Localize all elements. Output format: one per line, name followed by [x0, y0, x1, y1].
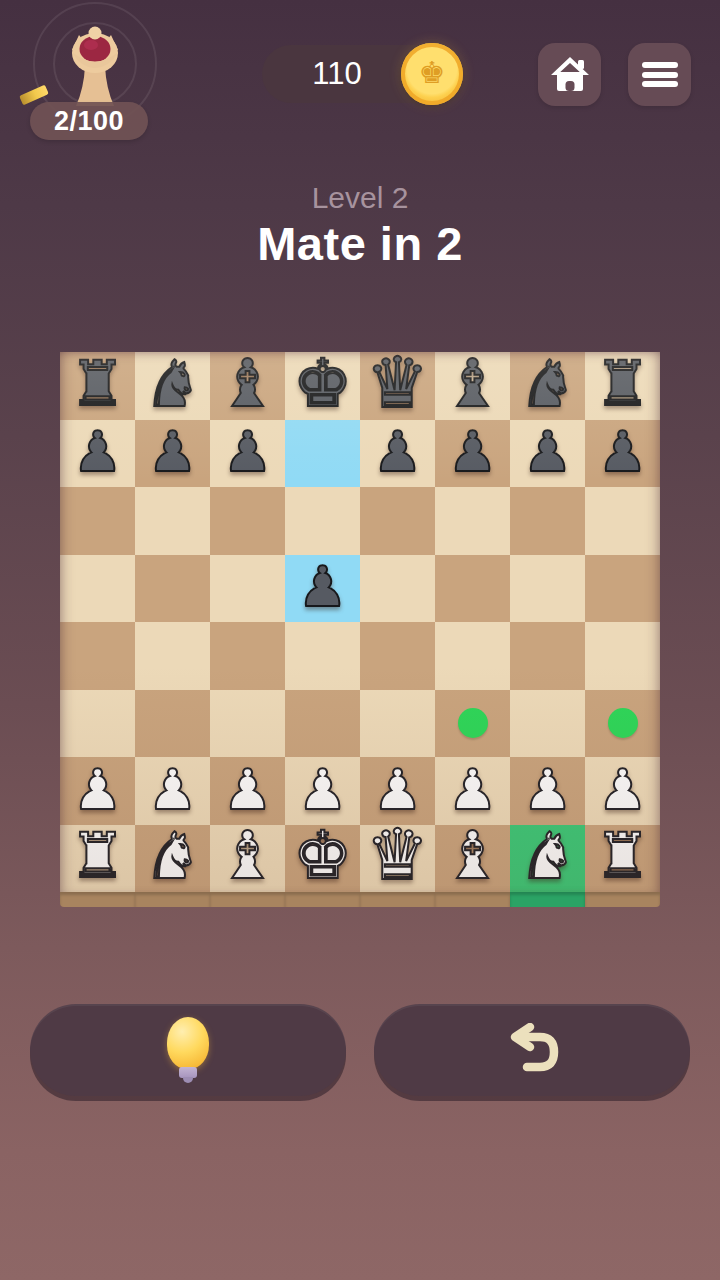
square-r6c6[interactable] — [435, 690, 510, 758]
board-edge-segment — [435, 892, 510, 907]
piece-black-rook: ♜ — [585, 353, 660, 415]
square-r3c4[interactable] — [285, 487, 360, 555]
square-r5c1[interactable] — [60, 622, 135, 690]
square-r6c2[interactable] — [135, 690, 210, 758]
square-r4c4[interactable]: ♟ — [285, 555, 360, 623]
square-r8c1[interactable]: ♜ — [60, 825, 135, 893]
app-screen: 2/100 110 ♚ Level 2 Mate in 2 ♜♞♝♚♛♝♞♜♟♟… — [0, 0, 720, 1280]
puzzle-objective-title: Mate in 2 — [0, 216, 720, 271]
square-r3c6[interactable] — [435, 487, 510, 555]
square-r1c2[interactable]: ♞ — [135, 352, 210, 420]
square-r2c4[interactable] — [285, 420, 360, 488]
square-r4c7[interactable] — [510, 555, 585, 623]
menu-button[interactable] — [628, 43, 691, 106]
square-r4c6[interactable] — [435, 555, 510, 623]
home-button[interactable] — [538, 43, 601, 106]
board-edge-segment — [135, 892, 210, 907]
piece-white-pawn: ♟ — [135, 762, 210, 818]
square-r1c8[interactable]: ♜ — [585, 352, 660, 420]
square-r7c3[interactable]: ♟ — [210, 757, 285, 825]
square-r7c1[interactable]: ♟ — [60, 757, 135, 825]
square-r3c2[interactable] — [135, 487, 210, 555]
square-r5c6[interactable] — [435, 622, 510, 690]
square-r8c3[interactable]: ♝ — [210, 825, 285, 893]
piece-white-rook: ♜ — [585, 825, 660, 887]
square-r2c3[interactable]: ♟ — [210, 420, 285, 488]
square-r2c6[interactable]: ♟ — [435, 420, 510, 488]
piece-white-bishop: ♝ — [435, 823, 510, 889]
legal-move-dot[interactable] — [458, 708, 488, 738]
square-r7c6[interactable]: ♟ — [435, 757, 510, 825]
square-r7c8[interactable]: ♟ — [585, 757, 660, 825]
piece-black-pawn: ♟ — [360, 424, 435, 480]
piece-white-pawn: ♟ — [510, 762, 585, 818]
square-r8c5[interactable]: ♛ — [360, 825, 435, 893]
piece-black-knight: ♞ — [510, 352, 585, 416]
square-r5c5[interactable] — [360, 622, 435, 690]
board-edge-segment — [360, 892, 435, 907]
square-r1c1[interactable]: ♜ — [60, 352, 135, 420]
chess-board: ♜♞♝♚♛♝♞♜♟♟♟♟♟♟♟♟♟♟♟♟♟♟♟♟♜♞♝♚♛♝♞♜ — [60, 352, 660, 892]
hint-button[interactable] — [30, 1004, 346, 1096]
piece-black-king: ♚ — [285, 351, 360, 417]
square-r5c2[interactable] — [135, 622, 210, 690]
square-r2c8[interactable]: ♟ — [585, 420, 660, 488]
legal-move-dot[interactable] — [608, 708, 638, 738]
square-r5c8[interactable] — [585, 622, 660, 690]
board-edge-segment — [60, 892, 135, 907]
square-r5c4[interactable] — [285, 622, 360, 690]
square-r6c7[interactable] — [510, 690, 585, 758]
square-r5c7[interactable] — [510, 622, 585, 690]
piece-black-rook: ♜ — [60, 353, 135, 415]
square-r4c3[interactable] — [210, 555, 285, 623]
piece-black-bishop: ♝ — [210, 351, 285, 417]
board-edge-segment — [585, 892, 660, 907]
piece-black-bishop: ♝ — [435, 351, 510, 417]
level-progress-pill: 2/100 — [30, 102, 148, 140]
hamburger-menu-icon — [642, 59, 678, 91]
square-r4c2[interactable] — [135, 555, 210, 623]
square-r2c2[interactable]: ♟ — [135, 420, 210, 488]
square-r8c8[interactable]: ♜ — [585, 825, 660, 893]
coin-counter[interactable]: 110 ♚ — [262, 45, 460, 103]
piece-white-king: ♚ — [285, 823, 360, 889]
square-r2c7[interactable]: ♟ — [510, 420, 585, 488]
square-r6c4[interactable] — [285, 690, 360, 758]
square-r3c3[interactable] — [210, 487, 285, 555]
piece-white-pawn: ♟ — [210, 762, 285, 818]
square-r6c1[interactable] — [60, 690, 135, 758]
square-r7c2[interactable]: ♟ — [135, 757, 210, 825]
piece-white-pawn: ♟ — [585, 762, 660, 818]
square-r4c5[interactable] — [360, 555, 435, 623]
piece-black-queen: ♛ — [360, 348, 435, 418]
level-label: Level 2 — [0, 181, 720, 215]
square-r8c4[interactable]: ♚ — [285, 825, 360, 893]
undo-arrow-icon — [502, 1023, 562, 1077]
square-r8c7[interactable]: ♞ — [510, 825, 585, 893]
piece-white-queen: ♛ — [360, 820, 435, 890]
piece-white-rook: ♜ — [60, 825, 135, 887]
square-r6c8[interactable] — [585, 690, 660, 758]
square-r3c8[interactable] — [585, 487, 660, 555]
square-r6c5[interactable] — [360, 690, 435, 758]
board-bottom-edge — [60, 892, 660, 907]
avatar-queen-icon[interactable] — [58, 22, 132, 108]
piece-white-pawn: ♟ — [285, 762, 360, 818]
undo-button[interactable] — [374, 1004, 690, 1096]
board-edge-segment — [510, 892, 585, 907]
square-r1c5[interactable]: ♛ — [360, 352, 435, 420]
piece-white-bishop: ♝ — [210, 823, 285, 889]
square-r3c7[interactable] — [510, 487, 585, 555]
piece-black-pawn: ♟ — [210, 424, 285, 480]
square-r7c5[interactable]: ♟ — [360, 757, 435, 825]
piece-black-pawn: ♟ — [60, 424, 135, 480]
piece-white-knight: ♞ — [135, 824, 210, 888]
piece-white-pawn: ♟ — [360, 762, 435, 818]
square-r3c5[interactable] — [360, 487, 435, 555]
piece-white-pawn: ♟ — [60, 762, 135, 818]
square-r1c4[interactable]: ♚ — [285, 352, 360, 420]
square-r2c1[interactable]: ♟ — [60, 420, 135, 488]
home-icon — [551, 57, 589, 93]
lightbulb-icon — [165, 1017, 211, 1083]
square-r8c2[interactable]: ♞ — [135, 825, 210, 893]
square-r6c3[interactable] — [210, 690, 285, 758]
square-r7c4[interactable]: ♟ — [285, 757, 360, 825]
board-edge-segment — [210, 892, 285, 907]
piece-black-pawn: ♟ — [285, 559, 360, 615]
board-edge-segment — [285, 892, 360, 907]
piece-black-knight: ♞ — [135, 352, 210, 416]
piece-white-knight: ♞ — [510, 824, 585, 888]
square-r3c1[interactable] — [60, 487, 135, 555]
board-area: ♜♞♝♚♛♝♞♜♟♟♟♟♟♟♟♟♟♟♟♟♟♟♟♟♜♞♝♚♛♝♞♜ — [60, 352, 660, 907]
square-r5c3[interactable] — [210, 622, 285, 690]
square-r4c8[interactable] — [585, 555, 660, 623]
coin-count-text: 110 — [276, 45, 398, 103]
piece-black-pawn: ♟ — [585, 424, 660, 480]
square-r1c3[interactable]: ♝ — [210, 352, 285, 420]
level-progress-text: 2/100 — [54, 106, 124, 137]
piece-black-pawn: ♟ — [135, 424, 210, 480]
square-r1c7[interactable]: ♞ — [510, 352, 585, 420]
coin-icon: ♚ — [401, 43, 463, 105]
square-r2c5[interactable]: ♟ — [360, 420, 435, 488]
square-r4c1[interactable] — [60, 555, 135, 623]
piece-white-pawn: ♟ — [435, 762, 510, 818]
square-r8c6[interactable]: ♝ — [435, 825, 510, 893]
square-r1c6[interactable]: ♝ — [435, 352, 510, 420]
square-r7c7[interactable]: ♟ — [510, 757, 585, 825]
piece-black-pawn: ♟ — [510, 424, 585, 480]
piece-black-pawn: ♟ — [435, 424, 510, 480]
